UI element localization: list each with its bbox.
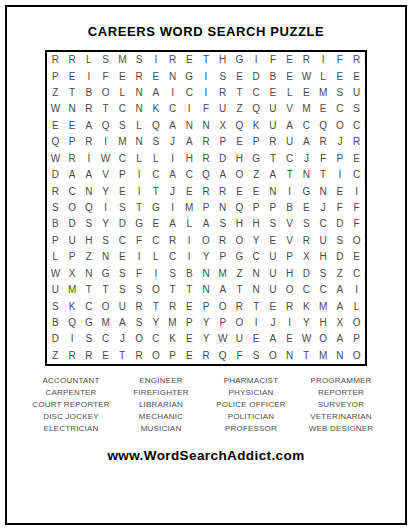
grid-cell-r11c11: S [214,216,231,232]
grid-cell-r17c11: P [214,315,231,331]
grid-cell-r19c3: R [80,348,97,364]
grid-cell-r7c11: D [214,151,231,167]
grid-cell-r15c11: A [214,282,231,298]
grid-cell-r9c9: E [181,183,198,199]
grid-cell-r13c9: I [181,249,198,265]
grid-cell-r15c3: T [80,282,97,298]
grid-cell-r5c5: S [114,118,131,134]
word-item: FIREFIGHTER [133,387,189,399]
grid-cell-r19c5: T [114,348,131,364]
grid-cell-r12c14: E [265,233,282,249]
grid-cell-r3c15: L [281,85,298,101]
grid-cell-r17c8: M [164,315,181,331]
grid-cell-r19c12: F [231,348,248,364]
grid-cell-r19c19: O [348,348,365,364]
grid-cell-r12c16: R [298,233,315,249]
grid-cell-r11c5: D [114,216,131,232]
grid-cell-r8c18: I [332,167,349,183]
grid-cell-r11c6: G [131,216,148,232]
grid-cell-r6c7: S [147,134,164,150]
grid-cell-r4c1: W [47,101,64,117]
grid-cell-r18c3: S [80,331,97,347]
word-item: ENGINEER [139,375,182,387]
grid-cell-r2c19: E [348,68,365,84]
grid-cell-r2c1: P [47,68,64,84]
grid-cell-r9c6: I [131,183,148,199]
grid-cell-r10c15: B [281,200,298,216]
grid-cell-r19c4: E [97,348,114,364]
grid-cell-r15c16: C [298,282,315,298]
grid-cell-r9c5: E [114,183,131,199]
grid-cell-r13c4: N [97,249,114,265]
grid-cell-r13c16: X [298,249,315,265]
grid-cell-r3c8: I [164,85,181,101]
grid-cell-r17c12: O [231,315,248,331]
grid-cell-r10c19: F [348,200,365,216]
grid-cell-r14c5: S [114,265,131,281]
grid-cell-r7c2: R [64,151,81,167]
grid-cell-r14c19: C [348,265,365,281]
grid-cell-r14c10: N [198,265,215,281]
grid-cell-r14c14: U [265,265,282,281]
grid-cell-r8c9: C [181,167,198,183]
word-item: SURVEYOR [318,399,364,411]
grid-cell-r17c15: I [281,315,298,331]
grid-cell-r7c14: T [265,151,282,167]
grid-cell-r13c11: P [214,249,231,265]
grid-cell-r18c2: I [64,331,81,347]
grid-cell-r6c12: E [231,134,248,150]
grid-cell-r12c19: O [348,233,365,249]
grid-cell-r4c4: T [97,101,114,117]
grid-cell-r13c19: E [348,249,365,265]
grid-cell-r3c3: B [80,85,97,101]
grid-cell-r19c6: R [131,348,148,364]
grid-cell-r7c10: R [198,151,215,167]
grid-cell-r16c4: O [97,298,114,314]
grid-cell-r10c13: P [248,200,265,216]
grid-cell-r1c19: R [348,52,365,68]
grid-cell-r1c7: I [147,52,164,68]
grid-cell-r6c1: Q [47,134,64,150]
grid-cell-r4c14: U [265,101,282,117]
grid-cell-r5c13: K [248,118,265,134]
grid-cell-r12c8: R [164,233,181,249]
grid-cell-r18c16: W [298,331,315,347]
grid-cell-r8c11: A [214,167,231,183]
grid-cell-r4c18: C [332,101,349,117]
puzzle-sheet: CAREERS WORD SEARCH PUZZLE RRLSMSIRETHGI… [0,0,412,530]
grid-cell-r15c6: S [131,282,148,298]
word-list: ACCOUNTANTCARPENTERCOURT REPORTERDISC JO… [27,375,385,435]
grid-cell-r8c3: A [80,167,97,183]
grid-cell-r17c5: A [114,315,131,331]
grid-cell-r5c17: Q [315,118,332,134]
grid-cell-r13c10: Y [198,249,215,265]
grid-cell-r13c18: D [332,249,349,265]
grid-cell-r19c11: Q [214,348,231,364]
grid-cell-r18c7: C [147,331,164,347]
grid-cell-r15c13: N [248,282,265,298]
grid-cell-r7c9: H [181,151,198,167]
grid-cell-r15c1: U [47,282,64,298]
grid-cell-r3c11: R [214,85,231,101]
grid-cell-r10c16: E [298,200,315,216]
grid-cell-r17c14: J [265,315,282,331]
grid-cell-r6c4: I [97,134,114,150]
grid-cell-r3c18: S [332,85,349,101]
grid-cell-r10c10: P [198,200,215,216]
grid-cell-r5c14: U [265,118,282,134]
grid-cell-r14c11: M [214,265,231,281]
grid-cell-r11c4: Y [97,216,114,232]
grid-cell-r6c6: N [131,134,148,150]
grid-cell-r16c15: R [281,298,298,314]
grid-cell-r4c9: I [181,101,198,117]
grid-cell-r5c18: O [332,118,349,134]
grid-cell-r3c17: M [315,85,332,101]
grid-cell-r10c9: M [181,200,198,216]
grid-cell-r7c18: P [332,151,349,167]
grid-cell-r2c4: F [97,68,114,84]
grid-cell-r5c7: Q [147,118,164,134]
grid-cell-r5c10: N [198,118,215,134]
grid-cell-r4c15: V [281,101,298,117]
grid-cell-r8c13: Z [248,167,265,183]
grid-cell-r6c11: P [214,134,231,150]
grid-cell-r5c6: L [131,118,148,134]
grid-cell-r11c3: S [80,216,97,232]
grid-cell-r18c10: Y [198,331,215,347]
grid-cell-r8c6: I [131,167,148,183]
grid-cell-r11c17: C [315,216,332,232]
grid-cell-r19c13: S [248,348,265,364]
grid-cell-r5c4: Q [97,118,114,134]
grid-cell-r6c3: R [80,134,97,150]
grid-cell-r11c7: E [147,216,164,232]
word-item: ELECTRICIAN [43,423,98,435]
grid-cell-r19c16: T [298,348,315,364]
grid-cell-r4c2: N [64,101,81,117]
grid-cell-r12c1: P [47,233,64,249]
grid-cell-r1c1: R [47,52,64,68]
grid-cell-r8c8: A [164,167,181,183]
grid-cell-r15c2: M [64,282,81,298]
word-list-column-4: PROGRAMMERREPORTERSURVEYORVETERINARIANWE… [297,375,385,435]
word-item: PROGRAMMER [310,375,371,387]
grid-cell-r14c15: H [281,265,298,281]
grid-cell-r7c16: J [298,151,315,167]
grid-cell-r17c2: Q [64,315,81,331]
grid-cell-r5c12: Q [231,118,248,134]
grid-cell-r16c13: T [248,298,265,314]
grid-cell-r17c6: S [131,315,148,331]
grid-cell-r14c8: S [164,265,181,281]
grid-cell-r4c19: S [348,101,365,117]
footer-url: www.WordSearchAddict.com [7,448,405,463]
grid-cell-r17c1: B [47,315,64,331]
grid-cell-r12c4: S [97,233,114,249]
grid-cell-r2c8: N [164,68,181,84]
grid-cell-r3c2: T [64,85,81,101]
grid-cell-r8c19: C [348,167,365,183]
grid-cell-r10c18: F [332,200,349,216]
grid-cell-r12c11: R [214,233,231,249]
grid-cell-r11c16: S [298,216,315,232]
word-list-column-1: ACCOUNTANTCARPENTERCOURT REPORTERDISC JO… [27,375,115,435]
grid-cell-r7c3: I [80,151,97,167]
grid-cell-r4c6: N [131,101,148,117]
grid-cell-r12c7: C [147,233,164,249]
grid-cell-r13c8: C [164,249,181,265]
grid-cell-r1c9: E [181,52,198,68]
grid-cell-r1c13: I [248,52,265,68]
grid-cell-r6c18: J [332,134,349,150]
grid-cell-r3c1: Z [47,85,64,101]
grid-cell-r12c15: V [281,233,298,249]
grid-cell-r14c1: W [47,265,64,281]
grid-cell-r6c2: P [64,134,81,150]
grid-cell-r19c9: E [181,348,198,364]
grid-cell-r19c1: Z [47,348,64,364]
grid-cell-r1c15: E [281,52,298,68]
grid-cell-r2c18: E [332,68,349,84]
grid-cell-r17c7: Y [147,315,164,331]
grid-cell-r6c5: M [114,134,131,150]
grid-cell-r10c14: P [265,200,282,216]
grid-cell-r17c18: X [332,315,349,331]
grid-cell-r2c16: W [298,68,315,84]
grid-cell-r19c2: R [64,348,81,364]
grid-cell-r10c17: J [315,200,332,216]
grid-cell-r19c7: O [147,348,164,364]
grid-cell-r7c17: F [315,151,332,167]
grid-cell-r7c5: C [114,151,131,167]
grid-cell-r4c11: U [214,101,231,117]
grid-cell-r13c6: I [131,249,148,265]
grid-cell-r9c15: I [281,183,298,199]
word-item: PHYSICIAN [229,387,274,399]
grid-cell-r19c15: N [281,348,298,364]
grid-cell-r19c8: P [164,348,181,364]
grid-cell-r9c8: J [164,183,181,199]
grid-cell-r17c10: Y [198,315,215,331]
grid-cell-r18c13: E [248,331,265,347]
grid-cell-r10c8: I [164,200,181,216]
grid-cell-r8c14: A [265,167,282,183]
grid-cell-r16c19: L [348,298,365,314]
grid-cell-r17c19: O [348,315,365,331]
grid-cell-r7c6: L [131,151,148,167]
grid-cell-r14c2: X [64,265,81,281]
grid-cell-r1c2: R [64,52,81,68]
page-border: CAREERS WORD SEARCH PUZZLE RRLSMSIRETHGI… [5,5,407,525]
grid-cell-r2c11: S [214,68,231,84]
grid-cell-r14c13: N [248,265,265,281]
grid-cell-r11c13: H [248,216,265,232]
grid-cell-r4c13: Q [248,101,265,117]
grid-cell-r16c10: P [198,298,215,314]
grid-cell-r14c18: Z [332,265,349,281]
grid-cell-r16c2: K [64,298,81,314]
grid-cell-r16c12: R [231,298,248,314]
grid-cell-r3c9: C [181,85,198,101]
grid-cell-r16c16: K [298,298,315,314]
grid-cell-r18c14: A [265,331,282,347]
grid-cell-r9c18: E [332,183,349,199]
grid-cell-r9c1: R [47,183,64,199]
grid-cell-r13c15: P [281,249,298,265]
grid-cell-r16c8: R [164,298,181,314]
grid-cell-r13c17: H [315,249,332,265]
grid-cell-r7c15: C [281,151,298,167]
word-grid: RRLSMSIRETHGIFERIFRPEIFERENGISEDBEWLEEZT… [45,50,367,366]
grid-cell-r10c3: Q [80,200,97,216]
grid-cell-r16c18: A [332,298,349,314]
grid-cell-r8c2: A [64,167,81,183]
grid-cell-r13c1: L [47,249,64,265]
grid-cell-r18c9: E [181,331,198,347]
grid-cell-r6c16: A [298,134,315,150]
grid-cell-r11c18: D [332,216,349,232]
grid-cell-r11c15: V [281,216,298,232]
grid-cell-r14c7: I [147,265,164,281]
grid-cell-r2c15: E [281,68,298,84]
grid-cell-r2c2: E [64,68,81,84]
grid-cell-r11c14: S [265,216,282,232]
grid-cell-r17c17: H [315,315,332,331]
grid-cell-r8c16: N [298,167,315,183]
grid-cell-r17c16: Y [298,315,315,331]
grid-cell-r5c9: N [181,118,198,134]
grid-cell-r14c4: G [97,265,114,281]
grid-cell-r9c14: N [265,183,282,199]
grid-cell-r12c5: C [114,233,131,249]
word-item: LIBRARIAN [139,399,183,411]
grid-cell-r4c8: C [164,101,181,117]
grid-cell-r2c13: D [248,68,265,84]
grid-cell-r16c6: R [131,298,148,314]
grid-cell-r10c7: G [147,200,164,216]
grid-cell-r14c3: N [80,265,97,281]
grid-cell-r18c15: E [281,331,298,347]
grid-cell-r4c10: F [198,101,215,117]
word-item: MUSICIAN [141,423,182,435]
grid-cell-r1c12: G [231,52,248,68]
grid-cell-r3c16: E [298,85,315,101]
grid-cell-r12c18: S [332,233,349,249]
grid-cell-r11c12: H [231,216,248,232]
grid-cell-r16c11: O [214,298,231,314]
grid-cell-r9c16: G [298,183,315,199]
grid-cell-r11c1: B [47,216,64,232]
grid-cell-r6c8: J [164,134,181,150]
grid-cell-r11c8: A [164,216,181,232]
word-item: VETERINARIAN [310,411,372,423]
grid-cell-r18c17: O [315,331,332,347]
grid-cell-r2c17: L [315,68,332,84]
grid-cell-r14c17: S [315,265,332,281]
grid-cell-r1c11: H [214,52,231,68]
grid-cell-r3c12: T [231,85,248,101]
grid-cell-r8c4: V [97,167,114,183]
word-item: POLICE OFFICER [216,399,285,411]
grid-cell-r3c5: L [114,85,131,101]
grid-cell-r12c12: O [231,233,248,249]
grid-cell-r1c16: R [298,52,315,68]
grid-cell-r14c12: Z [231,265,248,281]
grid-cell-r19c14: O [265,348,282,364]
grid-cell-r3c10: I [198,85,215,101]
grid-cell-r10c6: T [131,200,148,216]
grid-cell-r1c5: M [114,52,131,68]
grid-cell-r6c13: P [248,134,265,150]
grid-cell-r4c3: R [80,101,97,117]
grid-cell-r16c7: T [147,298,164,314]
grid-cell-r15c18: A [332,282,349,298]
grid-cell-r14c9: B [181,265,198,281]
grid-cell-r6c17: R [315,134,332,150]
grid-cell-r11c9: L [181,216,198,232]
word-item: PHARMACIST [224,375,278,387]
grid-cell-r10c4: I [97,200,114,216]
grid-cell-r6c10: R [198,134,215,150]
grid-cell-r19c10: R [198,348,215,364]
grid-cell-r15c17: C [315,282,332,298]
grid-cell-r8c17: T [315,167,332,183]
grid-cell-r19c17: M [315,348,332,364]
grid-cell-r2c6: R [131,68,148,84]
grid-cell-r17c9: P [181,315,198,331]
page-title: CAREERS WORD SEARCH PUZZLE [7,24,405,39]
grid-cell-r4c7: K [147,101,164,117]
grid-cell-r2c3: I [80,68,97,84]
grid-cell-r15c12: T [231,282,248,298]
grid-cell-r2c9: G [181,68,198,84]
grid-cell-r18c12: U [231,331,248,347]
word-list-column-2: ENGINEERFIREFIGHTERLIBRARIANMECHANICMUSI… [117,375,205,435]
grid-cell-r18c18: A [332,331,349,347]
grid-cell-r11c2: D [64,216,81,232]
grid-cell-r13c3: Z [80,249,97,265]
grid-cell-r10c12: Q [231,200,248,216]
grid-cell-r7c4: W [97,151,114,167]
grid-cell-r12c17: U [315,233,332,249]
grid-cell-r9c11: R [214,183,231,199]
grid-cell-r1c10: T [198,52,215,68]
grid-cell-r7c1: W [47,151,64,167]
grid-cell-r1c6: S [131,52,148,68]
grid-cell-r12c3: H [80,233,97,249]
grid-cell-r6c15: U [281,134,298,150]
grid-cell-r3c14: E [265,85,282,101]
grid-cell-r16c3: C [80,298,97,314]
grid-cell-r13c5: E [114,249,131,265]
grid-cell-r7c12: H [231,151,248,167]
grid-cell-r7c13: G [248,151,265,167]
grid-cell-r8c5: P [114,167,131,183]
grid-cell-r4c16: M [298,101,315,117]
grid-cell-r16c14: E [265,298,282,314]
grid-cell-r18c4: C [97,331,114,347]
grid-cell-r13c13: C [248,249,265,265]
grid-cell-r8c7: C [147,167,164,183]
grid-cell-r2c5: E [114,68,131,84]
grid-cell-r14c16: D [298,265,315,281]
grid-cell-r15c8: T [164,282,181,298]
grid-cell-r1c17: I [315,52,332,68]
grid-cell-r2c10: I [198,68,215,84]
